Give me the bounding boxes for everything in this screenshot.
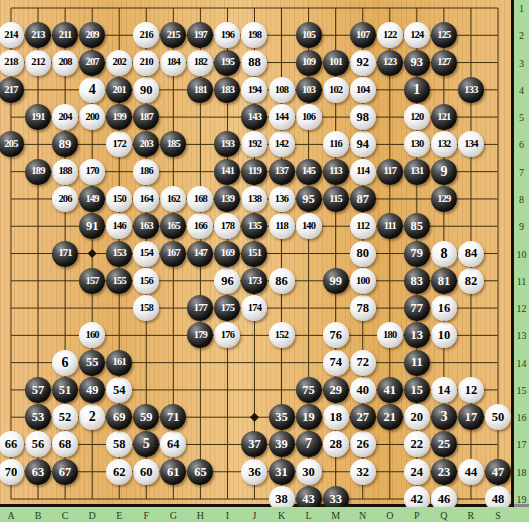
kifu-diagram: 1234567891011121314151617181920212223242… [0,0,529,522]
column-label: L [306,509,312,520]
black-stone: 191 [25,104,51,130]
white-stone: 182 [187,50,213,76]
white-stone: 82 [458,268,484,294]
white-stone: 142 [269,131,295,157]
white-stone: 14 [431,377,457,403]
black-stone: 81 [431,268,457,294]
black-stone: 55 [79,350,105,376]
column-label: F [143,509,149,520]
row-coordinates: 12345678910111213141516171819 [514,0,529,504]
white-stone: 156 [133,268,159,294]
white-stone: 70 [0,459,24,485]
column-label: P [414,509,420,520]
column-label: A [7,509,14,520]
black-stone: 41 [377,377,403,403]
black-stone: 111 [377,213,403,239]
white-stone: 62 [106,459,132,485]
row-label: 7 [519,166,524,177]
row-label: 18 [517,466,527,477]
black-stone: 195 [214,50,240,76]
black-stone: 151 [241,241,267,267]
white-stone: 218 [0,50,24,76]
white-stone: 136 [269,186,295,212]
black-stone: 23 [431,459,457,485]
black-stone: 153 [106,241,132,267]
star-point [250,413,259,422]
black-stone: 11 [404,350,430,376]
black-stone: 99 [323,268,349,294]
column-label: I [226,509,229,520]
black-stone: 57 [25,377,51,403]
white-stone: 30 [296,459,322,485]
white-stone: 74 [323,350,349,376]
row-label: 17 [517,439,527,450]
white-stone: 44 [458,459,484,485]
column-label: H [197,509,204,520]
white-stone: 50 [485,404,511,430]
white-stone: 206 [52,186,78,212]
black-stone: 117 [377,159,403,185]
white-stone: 32 [350,459,376,485]
white-stone: 112 [350,213,376,239]
black-stone: 115 [323,186,349,212]
white-stone: 16 [431,295,457,321]
black-stone: 85 [404,213,430,239]
white-stone: 150 [106,186,132,212]
black-stone: 147 [187,241,213,267]
black-stone: 129 [431,186,457,212]
black-stone: 105 [296,22,322,48]
row-label: 11 [517,275,527,286]
black-stone: 171 [52,241,78,267]
row-label: 4 [519,84,524,95]
white-stone: 170 [79,159,105,185]
white-stone: 8 [431,241,457,267]
white-stone: 208 [52,50,78,76]
black-stone: 161 [106,350,132,376]
black-stone: 93 [404,50,430,76]
black-stone: 65 [187,459,213,485]
row-label: 2 [519,30,524,41]
white-stone: 86 [269,268,295,294]
row-label: 12 [517,303,527,314]
white-stone: 24 [404,459,430,485]
black-stone: 51 [52,377,78,403]
black-stone: 75 [296,377,322,403]
black-stone: 77 [404,295,430,321]
row-label: 8 [519,193,524,204]
column-label: M [331,509,340,520]
black-stone: 1 [404,77,430,103]
column-label: C [62,509,69,520]
column-coordinates: ABCDEFGHIJKLMNOPQRS [0,507,529,522]
row-label: 15 [517,384,527,395]
black-stone: 35 [269,404,295,430]
row-label: 9 [519,221,524,232]
white-stone: 4 [79,77,105,103]
row-label: 3 [519,57,524,68]
white-stone: 100 [350,268,376,294]
column-label: G [170,509,177,520]
white-stone: 6 [52,350,78,376]
white-stone: 140 [296,213,322,239]
white-stone: 202 [106,50,132,76]
white-stone: 88 [241,50,267,76]
black-stone: 27 [350,404,376,430]
white-stone: 104 [350,77,376,103]
black-stone: 101 [323,50,349,76]
black-stone: 131 [404,159,430,185]
black-stone: 19 [296,404,322,430]
black-stone: 9 [431,159,457,185]
black-stone: 123 [377,50,403,76]
white-stone: 72 [350,350,376,376]
black-stone: 107 [350,22,376,48]
column-label: J [253,509,257,520]
row-label: 13 [517,330,527,341]
column-label: S [495,509,501,520]
white-stone: 94 [350,131,376,157]
black-stone: 67 [52,459,78,485]
white-stone: 102 [323,77,349,103]
black-stone: 103 [296,77,322,103]
white-stone: 108 [269,77,295,103]
column-label: Q [440,509,447,520]
black-stone: 63 [25,459,51,485]
black-stone: 17 [458,404,484,430]
row-label: 16 [517,412,527,423]
white-stone: 180 [377,322,403,348]
column-label: K [278,509,285,520]
black-stone: 119 [241,159,267,185]
white-stone: 186 [133,159,159,185]
black-stone: 207 [79,50,105,76]
black-stone: 149 [79,186,105,212]
white-stone: 118 [269,213,295,239]
black-stone: 31 [269,459,295,485]
black-stone: 121 [431,104,457,130]
row-label: 19 [517,494,527,505]
white-stone: 114 [350,159,376,185]
black-stone: 155 [106,268,132,294]
white-stone: 154 [133,241,159,267]
white-stone: 120 [404,104,430,130]
row-label: 5 [519,112,524,123]
black-stone: 125 [431,22,457,48]
black-stone: 29 [323,377,349,403]
black-stone: 113 [323,159,349,185]
black-stone: 79 [404,241,430,267]
column-label: E [116,509,122,520]
black-stone: 95 [296,186,322,212]
white-stone: 116 [323,131,349,157]
white-stone: 90 [133,77,159,103]
black-stone: 217 [0,77,24,103]
column-label: N [359,509,366,520]
black-stone: 169 [214,241,240,267]
black-stone: 145 [296,159,322,185]
white-stone: 106 [296,104,322,130]
black-stone: 137 [269,159,295,185]
white-stone: 152 [269,322,295,348]
black-stone: 15 [404,377,430,403]
goban[interactable]: 1234567891011121314151617181920212223242… [0,0,514,507]
white-stone: 98 [350,104,376,130]
column-label: D [89,509,96,520]
black-stone: 7 [296,431,322,457]
black-stone: 61 [160,459,186,485]
row-label: 6 [519,139,524,150]
white-stone: 12 [458,377,484,403]
column-label: B [35,509,42,520]
white-stone: 92 [350,50,376,76]
black-stone: 13 [404,322,430,348]
white-stone: 18 [323,404,349,430]
black-stone: 3 [431,404,457,430]
black-stone: 39 [269,431,295,457]
black-stone: 167 [160,241,186,267]
black-stone: 133 [458,77,484,103]
white-stone: 40 [350,377,376,403]
white-stone: 210 [133,50,159,76]
column-label: O [386,509,393,520]
white-stone: 188 [52,159,78,185]
white-stone: 20 [404,404,430,430]
row-label: 1 [519,3,524,14]
black-stone: 127 [431,50,457,76]
white-stone: 54 [106,377,132,403]
white-stone: 144 [269,104,295,130]
white-stone: 184 [160,50,186,76]
white-stone: 122 [377,22,403,48]
white-stone: 124 [404,22,430,48]
white-stone: 26 [350,431,376,457]
black-stone: 189 [25,159,51,185]
white-stone: 76 [323,322,349,348]
black-stone: 109 [296,50,322,76]
black-stone: 141 [214,159,240,185]
white-stone: 80 [350,241,376,267]
black-stone: 83 [404,268,430,294]
column-label: R [468,509,475,520]
black-stone: 157 [79,268,105,294]
white-stone: 28 [323,431,349,457]
star-point [88,249,97,258]
black-stone: 87 [350,186,376,212]
black-stone: 201 [106,77,132,103]
white-stone: 212 [25,50,51,76]
row-label: 10 [517,248,527,259]
white-stone: 60 [133,459,159,485]
row-label: 14 [517,357,527,368]
black-stone: 49 [79,377,105,403]
black-stone: 47 [485,459,511,485]
white-stone: 78 [350,295,376,321]
white-stone: 84 [458,241,484,267]
black-stone: 21 [377,404,403,430]
